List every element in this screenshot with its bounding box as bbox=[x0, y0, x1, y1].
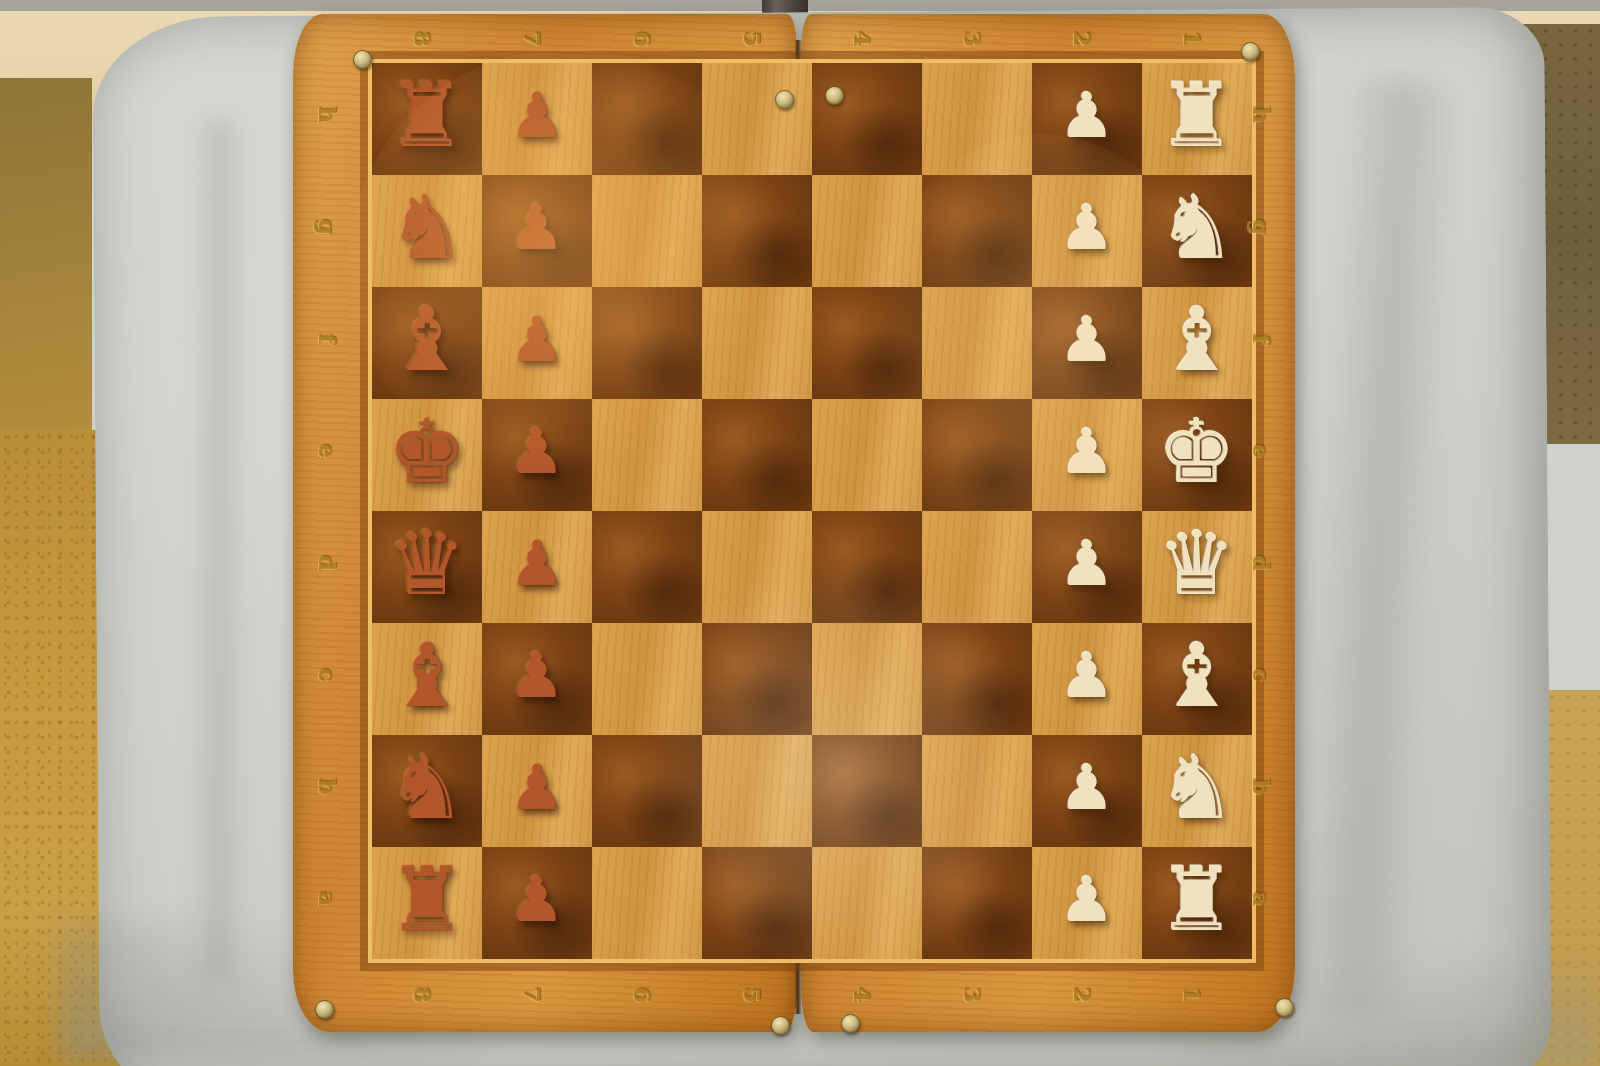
square-f8[interactable]: ♝ bbox=[372, 287, 482, 399]
brass-screw bbox=[353, 50, 372, 69]
square-a4[interactable] bbox=[812, 847, 922, 959]
square-c7[interactable]: ♟ bbox=[482, 623, 592, 735]
square-d3[interactable] bbox=[922, 511, 1032, 623]
brass-screw bbox=[1241, 42, 1260, 61]
piece-wN-b1[interactable]: ♞ bbox=[1158, 744, 1237, 832]
square-b2[interactable]: ♟ bbox=[1032, 735, 1142, 847]
square-h5[interactable] bbox=[702, 63, 812, 175]
piece-wP-a2[interactable]: ♟ bbox=[1059, 869, 1115, 931]
square-b8[interactable]: ♞ bbox=[372, 735, 482, 847]
piece-wP-e2[interactable]: ♟ bbox=[1059, 421, 1115, 483]
square-a7[interactable]: ♟ bbox=[482, 847, 592, 959]
square-f4[interactable] bbox=[812, 287, 922, 399]
square-d2[interactable]: ♟ bbox=[1032, 511, 1142, 623]
brass-screw bbox=[1275, 998, 1294, 1017]
square-a5[interactable] bbox=[702, 847, 812, 959]
piece-wB-c1[interactable]: ♝ bbox=[1158, 632, 1237, 720]
square-b6[interactable] bbox=[592, 735, 702, 847]
square-f5[interactable] bbox=[702, 287, 812, 399]
square-b4[interactable] bbox=[812, 735, 922, 847]
piece-bP-e7[interactable]: ♟ bbox=[509, 421, 565, 483]
piece-bK-e8[interactable]: ♚ bbox=[388, 408, 467, 496]
piece-wB-f1[interactable]: ♝ bbox=[1158, 296, 1237, 384]
square-c8[interactable]: ♝ bbox=[372, 623, 482, 735]
playfield[interactable]: ♜♟♟♜♞♟♟♞♝♟♟♝♚♟♟♚♛♟♟♛♝♟♟♝♞♟♟♞♜♟♟♜ bbox=[368, 59, 1256, 963]
square-c3[interactable] bbox=[922, 623, 1032, 735]
square-b3[interactable] bbox=[922, 735, 1032, 847]
square-a8[interactable]: ♜ bbox=[372, 847, 482, 959]
square-f7[interactable]: ♟ bbox=[482, 287, 592, 399]
square-a1[interactable]: ♜ bbox=[1142, 847, 1252, 959]
square-d4[interactable] bbox=[812, 511, 922, 623]
square-h3[interactable] bbox=[922, 63, 1032, 175]
piece-wP-h2[interactable]: ♟ bbox=[1059, 85, 1115, 147]
square-f6[interactable] bbox=[592, 287, 702, 399]
square-d1[interactable]: ♛ bbox=[1142, 511, 1252, 623]
piece-bR-h8[interactable]: ♜ bbox=[388, 72, 467, 160]
piece-wK-e1[interactable]: ♚ bbox=[1158, 408, 1237, 496]
square-h6[interactable] bbox=[592, 63, 702, 175]
piece-wR-h1[interactable]: ♜ bbox=[1158, 72, 1237, 160]
piece-wP-b2[interactable]: ♟ bbox=[1059, 757, 1115, 819]
square-g1[interactable]: ♞ bbox=[1142, 175, 1252, 287]
square-g4[interactable] bbox=[812, 175, 922, 287]
square-h1[interactable]: ♜ bbox=[1142, 63, 1252, 175]
square-f2[interactable]: ♟ bbox=[1032, 287, 1142, 399]
piece-bP-c7[interactable]: ♟ bbox=[509, 645, 565, 707]
square-g3[interactable] bbox=[922, 175, 1032, 287]
piece-wP-g2[interactable]: ♟ bbox=[1059, 197, 1115, 259]
square-c2[interactable]: ♟ bbox=[1032, 623, 1142, 735]
brass-screw bbox=[315, 1000, 334, 1019]
chess-board: ♜♟♟♜♞♟♟♞♝♟♟♝♚♟♟♚♛♟♟♛♝♟♟♝♞♟♟♞♜♟♟♜ 8765432… bbox=[293, 14, 1295, 1032]
square-h2[interactable]: ♟ bbox=[1032, 63, 1142, 175]
square-d6[interactable] bbox=[592, 511, 702, 623]
square-c5[interactable] bbox=[702, 623, 812, 735]
piece-bP-g7[interactable]: ♟ bbox=[509, 197, 565, 259]
square-e7[interactable]: ♟ bbox=[482, 399, 592, 511]
square-g8[interactable]: ♞ bbox=[372, 175, 482, 287]
square-e5[interactable] bbox=[702, 399, 812, 511]
scene: ♜♟♟♜♞♟♟♞♝♟♟♝♚♟♟♚♛♟♟♛♝♟♟♝♞♟♟♞♜♟♟♜ 8765432… bbox=[0, 0, 1600, 1066]
square-e2[interactable]: ♟ bbox=[1032, 399, 1142, 511]
piece-bN-b8[interactable]: ♞ bbox=[388, 744, 467, 832]
piece-bP-f7[interactable]: ♟ bbox=[509, 309, 565, 371]
square-a3[interactable] bbox=[922, 847, 1032, 959]
piece-wP-c2[interactable]: ♟ bbox=[1059, 645, 1115, 707]
piece-wQ-d1[interactable]: ♛ bbox=[1158, 520, 1237, 608]
piece-bB-f8[interactable]: ♝ bbox=[388, 296, 467, 384]
square-f3[interactable] bbox=[922, 287, 1032, 399]
square-c1[interactable]: ♝ bbox=[1142, 623, 1252, 735]
piece-bN-g8[interactable]: ♞ bbox=[388, 184, 467, 272]
piece-bQ-d8[interactable]: ♛ bbox=[388, 520, 467, 608]
square-e8[interactable]: ♚ bbox=[372, 399, 482, 511]
square-d8[interactable]: ♛ bbox=[372, 511, 482, 623]
square-c4[interactable] bbox=[812, 623, 922, 735]
piece-bP-a7[interactable]: ♟ bbox=[509, 869, 565, 931]
brass-screw bbox=[771, 1016, 790, 1035]
square-c6[interactable] bbox=[592, 623, 702, 735]
square-b7[interactable]: ♟ bbox=[482, 735, 592, 847]
square-g2[interactable]: ♟ bbox=[1032, 175, 1142, 287]
piece-bP-d7[interactable]: ♟ bbox=[509, 533, 565, 595]
square-b5[interactable] bbox=[702, 735, 812, 847]
square-e6[interactable] bbox=[592, 399, 702, 511]
brass-screw bbox=[841, 1014, 860, 1033]
square-a6[interactable] bbox=[592, 847, 702, 959]
square-d7[interactable]: ♟ bbox=[482, 511, 592, 623]
square-e1[interactable]: ♚ bbox=[1142, 399, 1252, 511]
piece-wP-d2[interactable]: ♟ bbox=[1059, 533, 1115, 595]
square-d5[interactable] bbox=[702, 511, 812, 623]
brass-screw bbox=[825, 86, 844, 105]
piece-bP-b7[interactable]: ♟ bbox=[509, 757, 565, 819]
square-g5[interactable] bbox=[702, 175, 812, 287]
square-g6[interactable] bbox=[592, 175, 702, 287]
square-a2[interactable]: ♟ bbox=[1032, 847, 1142, 959]
square-h8[interactable]: ♜ bbox=[372, 63, 482, 175]
piece-wR-a1[interactable]: ♜ bbox=[1158, 856, 1237, 944]
piece-bR-a8[interactable]: ♜ bbox=[388, 856, 467, 944]
piece-wN-g1[interactable]: ♞ bbox=[1158, 184, 1237, 272]
square-b1[interactable]: ♞ bbox=[1142, 735, 1252, 847]
square-e3[interactable] bbox=[922, 399, 1032, 511]
square-e4[interactable] bbox=[812, 399, 922, 511]
square-h7[interactable]: ♟ bbox=[482, 63, 592, 175]
piece-bB-c8[interactable]: ♝ bbox=[388, 632, 467, 720]
piece-wP-f2[interactable]: ♟ bbox=[1059, 309, 1115, 371]
brass-screw bbox=[775, 90, 794, 109]
piece-bP-h7[interactable]: ♟ bbox=[509, 85, 565, 147]
square-g7[interactable]: ♟ bbox=[482, 175, 592, 287]
square-f1[interactable]: ♝ bbox=[1142, 287, 1252, 399]
square-h4[interactable] bbox=[812, 63, 922, 175]
